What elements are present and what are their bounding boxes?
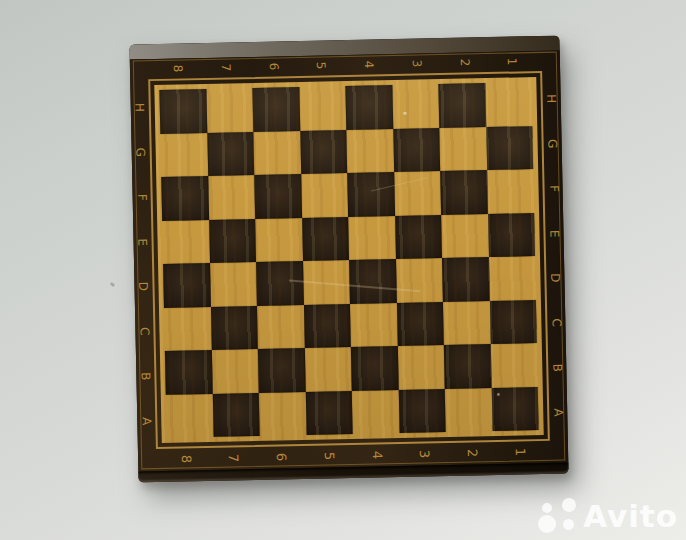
square-b7 (211, 349, 258, 393)
coord-label-c: C (135, 309, 154, 354)
board-frame: 87654321 87654321 HGFEDCBA HGFEDCBA (130, 51, 569, 472)
background-speck (110, 282, 116, 287)
square-g7 (207, 131, 254, 175)
chess-board: 87654321 87654321 HGFEDCBA HGFEDCBA (129, 36, 568, 483)
coord-label-g: G (543, 121, 562, 166)
square-e2 (441, 214, 488, 258)
coord-label-1: 1 (496, 439, 544, 464)
square-d6 (256, 261, 303, 305)
square-c4 (350, 303, 397, 347)
square-d8 (163, 263, 210, 307)
avito-logo-circle (542, 503, 552, 513)
square-g2 (439, 127, 486, 171)
square-b4 (351, 346, 398, 390)
square-d5 (303, 260, 350, 304)
square-c8 (164, 306, 211, 350)
coord-labels-right: HGFEDCBA (542, 77, 567, 435)
square-h6 (252, 87, 299, 131)
square-a8 (166, 393, 213, 437)
coord-label-7: 7 (202, 57, 250, 78)
square-f7 (208, 175, 255, 219)
coord-label-7: 7 (210, 445, 258, 470)
coord-label-f: F (132, 175, 151, 220)
avito-logo-circle (563, 519, 574, 530)
coord-label-4: 4 (345, 54, 393, 75)
square-f2 (440, 170, 487, 214)
coord-label-b: B (136, 354, 155, 399)
watermark-text: Avito (583, 498, 678, 534)
coord-label-6: 6 (257, 444, 305, 469)
square-h1 (485, 82, 532, 126)
square-h8 (159, 89, 206, 133)
square-d2 (442, 257, 489, 301)
coord-label-5: 5 (305, 443, 353, 468)
coord-label-g: G (131, 130, 150, 175)
coord-label-6: 6 (249, 56, 297, 77)
avito-logo-icon (538, 498, 578, 534)
square-g3 (393, 128, 440, 172)
coord-label-h: H (542, 77, 561, 122)
coord-label-e: E (545, 211, 564, 256)
coord-label-1: 1 (488, 51, 536, 72)
coord-label-d: D (546, 255, 565, 300)
coord-label-5: 5 (297, 55, 345, 76)
square-d3 (396, 258, 443, 302)
square-f4 (347, 172, 394, 216)
coord-label-c: C (547, 300, 566, 345)
square-a5 (305, 390, 352, 434)
square-g4 (346, 129, 393, 173)
square-e3 (395, 215, 442, 259)
square-f1 (487, 169, 534, 213)
coord-label-a: A (137, 398, 156, 443)
coord-label-2: 2 (448, 440, 496, 465)
coord-label-3: 3 (392, 53, 440, 74)
square-c1 (489, 300, 536, 344)
square-c6 (257, 304, 304, 348)
square-c3 (396, 302, 443, 346)
square-b2 (444, 344, 491, 388)
square-e5 (302, 217, 349, 261)
square-b1 (490, 343, 537, 387)
square-e7 (209, 218, 256, 262)
square-g8 (160, 132, 207, 176)
square-b5 (304, 347, 351, 391)
square-e6 (255, 217, 302, 261)
square-b3 (397, 345, 444, 389)
square-c5 (303, 303, 350, 347)
square-h4 (345, 85, 392, 129)
square-a4 (352, 389, 399, 433)
avito-watermark: Avito (538, 498, 678, 534)
square-g6 (253, 131, 300, 175)
square-g5 (300, 130, 347, 174)
coord-label-f: F (544, 166, 563, 211)
coord-label-d: D (134, 264, 153, 309)
square-e4 (348, 216, 395, 260)
square-h3 (392, 84, 439, 128)
coord-label-h: H (130, 85, 149, 130)
square-f5 (301, 173, 348, 217)
coord-label-8: 8 (154, 58, 202, 79)
square-a2 (445, 388, 492, 432)
square-a6 (259, 391, 306, 435)
avito-logo-circle (562, 498, 576, 512)
square-g1 (486, 126, 533, 170)
square-d4 (349, 259, 396, 303)
squares-grid (159, 82, 538, 438)
square-b8 (165, 350, 212, 394)
square-a1 (491, 387, 538, 431)
square-a7 (212, 392, 259, 436)
coord-label-b: B (548, 345, 567, 390)
square-e8 (162, 219, 209, 263)
photo-background: 87654321 87654321 HGFEDCBA HGFEDCBA Avit… (0, 0, 686, 540)
square-a3 (398, 389, 445, 433)
coord-label-2: 2 (440, 52, 488, 73)
square-f8 (161, 176, 208, 220)
square-d7 (210, 262, 257, 306)
square-f3 (394, 171, 441, 215)
coord-label-a: A (549, 390, 568, 435)
square-e1 (488, 213, 535, 257)
avito-logo-circle (538, 515, 556, 533)
square-h7 (206, 88, 253, 132)
square-h5 (299, 86, 346, 130)
square-c2 (443, 301, 490, 345)
coord-label-3: 3 (401, 441, 449, 466)
square-c7 (210, 305, 257, 349)
square-f6 (254, 174, 301, 218)
playing-field (154, 77, 543, 443)
square-b6 (258, 348, 305, 392)
coord-labels-left: HGFEDCBA (130, 85, 155, 443)
coord-label-4: 4 (353, 442, 401, 467)
coord-label-8: 8 (162, 446, 210, 471)
coord-label-e: E (133, 219, 152, 264)
square-h2 (438, 83, 485, 127)
square-d1 (488, 256, 535, 300)
